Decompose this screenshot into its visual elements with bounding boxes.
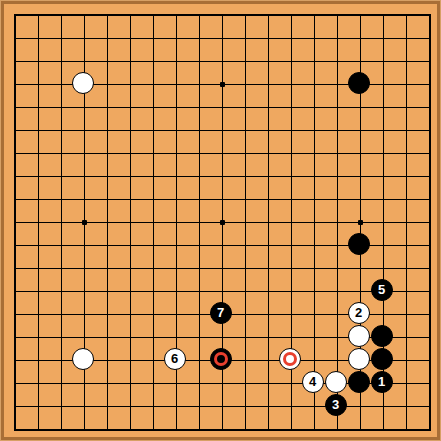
go-board: 5726413 [0, 0, 441, 441]
black-stone [348, 371, 370, 393]
stones-layer: 5726413 [2, 2, 439, 439]
white-stone-move-6: 6 [164, 348, 186, 370]
white-stone-move-4: 4 [302, 371, 324, 393]
board-surface: 5726413 [1, 1, 440, 440]
white-stone [72, 72, 94, 94]
white-stone-marked [279, 348, 301, 370]
white-stone-move-2: 2 [348, 302, 370, 324]
white-stone [325, 371, 347, 393]
black-stone [348, 233, 370, 255]
move-number: 2 [355, 306, 362, 319]
black-stone [348, 72, 370, 94]
black-stone-move-7: 7 [210, 302, 232, 324]
black-stone-move-3: 3 [325, 394, 347, 416]
move-number: 1 [378, 375, 385, 388]
circle-marker-icon [283, 352, 297, 366]
black-stone-move-5: 5 [371, 279, 393, 301]
black-stone [371, 325, 393, 347]
white-stone [348, 325, 370, 347]
white-stone [348, 348, 370, 370]
white-stone [72, 348, 94, 370]
black-stone-marked [210, 348, 232, 370]
black-stone-move-1: 1 [371, 371, 393, 393]
move-number: 3 [332, 398, 339, 411]
move-number: 7 [217, 306, 224, 319]
circle-marker-icon [214, 352, 228, 366]
move-number: 4 [309, 375, 316, 388]
move-number: 6 [171, 352, 178, 365]
move-number: 5 [378, 283, 385, 296]
black-stone [371, 348, 393, 370]
